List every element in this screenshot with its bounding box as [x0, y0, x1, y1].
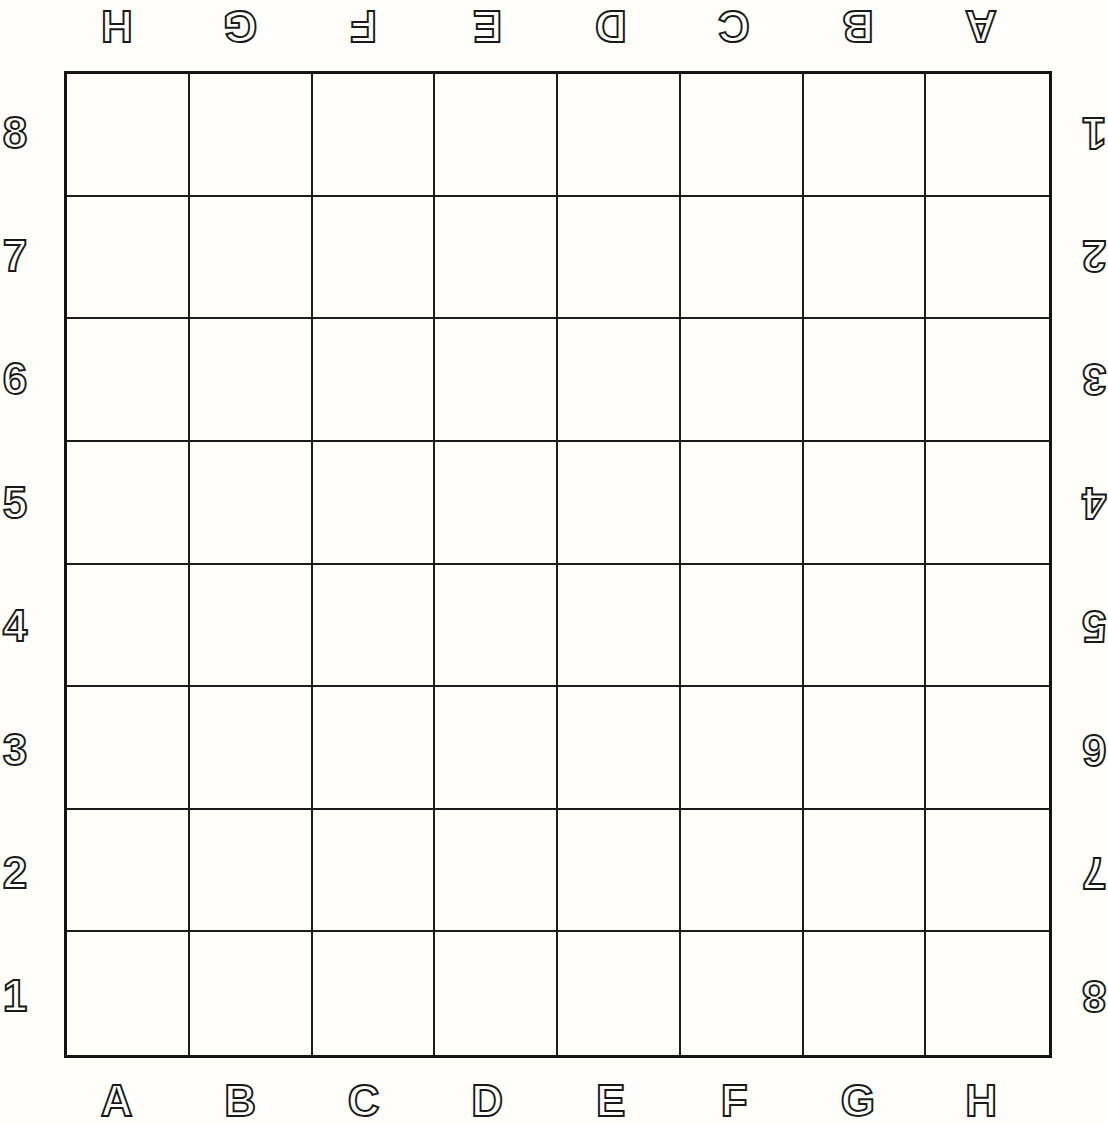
file-label-top-a: A — [965, 4, 997, 48]
file-label-top-e: E — [473, 4, 502, 48]
rank-label-left-5: 5 — [3, 481, 27, 525]
file-label-bottom-b: B — [224, 1079, 256, 1123]
square-f5 — [681, 442, 804, 565]
rank-label-left-1: 1 — [3, 974, 27, 1018]
square-a1 — [67, 932, 190, 1055]
square-f1 — [681, 932, 804, 1055]
rank-label-right-8: 8 — [1082, 974, 1106, 1018]
square-b7 — [190, 197, 313, 320]
square-d2 — [435, 810, 558, 933]
rank-label-right-7: 7 — [1082, 851, 1106, 895]
square-g5 — [804, 442, 927, 565]
square-h6 — [926, 319, 1049, 442]
square-c8 — [313, 74, 436, 197]
square-h7 — [926, 197, 1049, 320]
rank-label-left-3: 3 — [3, 728, 27, 772]
square-g7 — [804, 197, 927, 320]
file-label-bottom-d: D — [471, 1079, 503, 1123]
square-a4 — [67, 565, 190, 688]
file-labels-top: H G F E D C B A — [55, 0, 1043, 52]
rank-label-right-1: 1 — [1082, 111, 1106, 155]
square-c2 — [313, 810, 436, 933]
file-label-top-b: B — [842, 4, 874, 48]
rank-label-left-4: 4 — [3, 604, 27, 648]
rank-label-right-6: 6 — [1082, 728, 1106, 772]
square-b4 — [190, 565, 313, 688]
square-f6 — [681, 319, 804, 442]
file-label-bottom-a: A — [101, 1079, 133, 1123]
rank-label-right-3: 3 — [1082, 357, 1106, 401]
square-h3 — [926, 687, 1049, 810]
file-label-top-f: F — [350, 4, 377, 48]
square-f2 — [681, 810, 804, 933]
square-d6 — [435, 319, 558, 442]
square-d7 — [435, 197, 558, 320]
square-e4 — [558, 565, 681, 688]
square-d3 — [435, 687, 558, 810]
rank-label-left-2: 2 — [3, 851, 27, 895]
square-g2 — [804, 810, 927, 933]
square-g8 — [804, 74, 927, 197]
square-h8 — [926, 74, 1049, 197]
file-labels-bottom: A B C D E F G H — [55, 1076, 1043, 1125]
square-c4 — [313, 565, 436, 688]
square-b5 — [190, 442, 313, 565]
square-c3 — [313, 687, 436, 810]
square-f7 — [681, 197, 804, 320]
square-f4 — [681, 565, 804, 688]
file-label-top-h: H — [101, 4, 133, 48]
square-h4 — [926, 565, 1049, 688]
square-e3 — [558, 687, 681, 810]
square-b1 — [190, 932, 313, 1055]
file-label-bottom-f: F — [721, 1079, 748, 1123]
square-f8 — [681, 74, 804, 197]
rank-label-left-8: 8 — [3, 111, 27, 155]
square-f3 — [681, 687, 804, 810]
square-a6 — [67, 319, 190, 442]
file-label-top-g: G — [223, 4, 257, 48]
square-a7 — [67, 197, 190, 320]
square-g3 — [804, 687, 927, 810]
rank-label-right-4: 4 — [1082, 481, 1106, 525]
square-g1 — [804, 932, 927, 1055]
printable-chessboard-page: H G F E D C B A 8 7 6 5 4 3 2 1 1 2 3 4 … — [0, 0, 1108, 1125]
file-label-top-d: D — [595, 4, 627, 48]
rank-label-left-6: 6 — [3, 357, 27, 401]
square-e5 — [558, 442, 681, 565]
square-e2 — [558, 810, 681, 933]
square-e6 — [558, 319, 681, 442]
rank-labels-right: 1 2 3 4 5 6 7 8 — [1079, 71, 1108, 1058]
square-b2 — [190, 810, 313, 933]
square-h1 — [926, 932, 1049, 1055]
square-d8 — [435, 74, 558, 197]
file-label-top-c: C — [718, 4, 750, 48]
square-e8 — [558, 74, 681, 197]
file-label-bottom-c: C — [348, 1079, 380, 1123]
square-g4 — [804, 565, 927, 688]
square-e7 — [558, 197, 681, 320]
file-label-bottom-h: H — [965, 1079, 997, 1123]
square-e1 — [558, 932, 681, 1055]
file-label-bottom-e: E — [596, 1079, 625, 1123]
rank-label-right-2: 2 — [1082, 234, 1106, 278]
board — [64, 71, 1052, 1058]
square-a5 — [67, 442, 190, 565]
square-c6 — [313, 319, 436, 442]
square-b6 — [190, 319, 313, 442]
square-c5 — [313, 442, 436, 565]
square-c7 — [313, 197, 436, 320]
square-a8 — [67, 74, 190, 197]
file-label-bottom-g: G — [841, 1079, 875, 1123]
square-d1 — [435, 932, 558, 1055]
square-d5 — [435, 442, 558, 565]
square-a2 — [67, 810, 190, 933]
square-b8 — [190, 74, 313, 197]
square-a3 — [67, 687, 190, 810]
rank-label-left-7: 7 — [3, 234, 27, 278]
square-d4 — [435, 565, 558, 688]
rank-label-right-5: 5 — [1082, 604, 1106, 648]
square-h5 — [926, 442, 1049, 565]
square-g6 — [804, 319, 927, 442]
square-h2 — [926, 810, 1049, 933]
rank-labels-left: 8 7 6 5 4 3 2 1 — [0, 71, 30, 1058]
square-b3 — [190, 687, 313, 810]
square-c1 — [313, 932, 436, 1055]
